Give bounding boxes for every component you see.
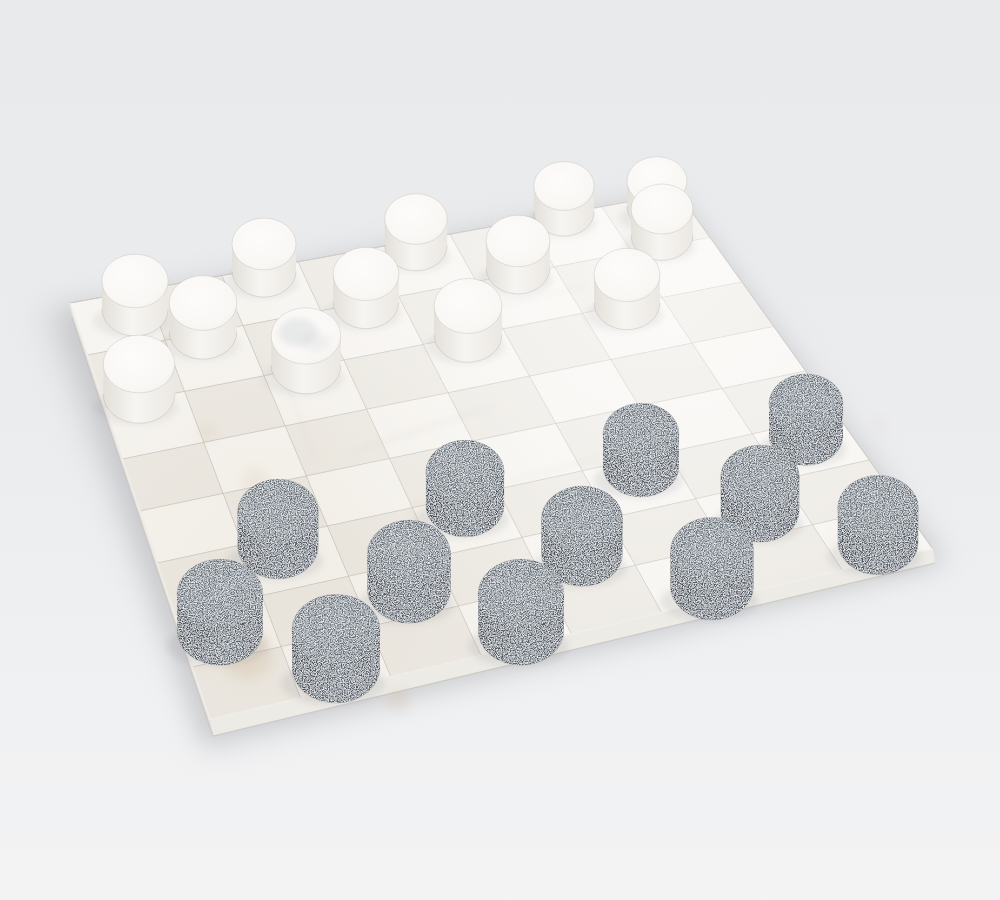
piece-top-face [169, 276, 237, 331]
checker-piece-white[interactable] [93, 254, 171, 337]
piece-top-face [486, 215, 550, 267]
piece-top-face [594, 248, 660, 301]
piece-top-face [426, 440, 504, 503]
checkers-board-photo [0, 0, 1000, 900]
granite-vein [292, 636, 380, 638]
marble-stain [873, 418, 887, 432]
piece-top-face [102, 254, 168, 308]
piece-top-face [292, 594, 380, 665]
piece-top-face [534, 162, 594, 211]
piece-top-face [838, 475, 918, 540]
piece-top-face [478, 559, 564, 628]
piece-top-face [367, 520, 450, 587]
piece-top-face [670, 517, 753, 584]
marble-mottle [302, 333, 330, 352]
marble-stain [198, 423, 216, 441]
checker-piece-white[interactable] [223, 218, 298, 298]
piece-top-face [238, 479, 319, 544]
marble-stain [386, 688, 410, 712]
piece-top-face [333, 247, 399, 300]
piece-top-face [434, 279, 502, 334]
piece-top-face [103, 335, 174, 393]
piece-top-face [232, 218, 296, 270]
piece-top-face [385, 194, 447, 245]
product-photo-scene [0, 0, 1000, 900]
piece-top-face [631, 184, 693, 234]
